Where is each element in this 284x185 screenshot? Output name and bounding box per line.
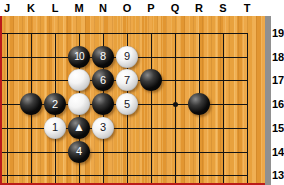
column-labels: JKLMNOPQRST	[0, 0, 284, 16]
column-label-Q: Q	[171, 1, 180, 15]
stone-black-R16[interactable]	[188, 93, 210, 115]
move-number: 3	[100, 122, 106, 133]
column-label-J: J	[4, 1, 10, 15]
stone-black-N16[interactable]	[92, 93, 114, 115]
column-label-T: T	[244, 1, 251, 15]
triangle-marker-icon: ▲	[73, 121, 85, 133]
grid-line-vertical	[175, 33, 176, 183]
go-board[interactable]: 108967251▲34	[0, 16, 265, 185]
column-label-R: R	[195, 1, 203, 15]
stone-black-M15[interactable]: ▲	[68, 117, 90, 139]
move-number: 9	[124, 51, 130, 62]
stone-white-M16[interactable]	[68, 93, 90, 115]
column-label-K: K	[27, 1, 35, 15]
row-label-15: 15	[272, 122, 284, 134]
column-label-L: L	[52, 1, 59, 15]
column-label-O: O	[123, 1, 132, 15]
grid-line-horizontal	[0, 152, 248, 153]
stone-black-M18[interactable]: 10	[68, 46, 90, 68]
stone-white-L15[interactable]: 1	[44, 117, 66, 139]
move-number: 2	[52, 99, 58, 110]
column-label-S: S	[219, 1, 226, 15]
stone-black-L16[interactable]: 2	[44, 93, 66, 115]
move-number: 4	[76, 146, 82, 157]
stone-black-P17[interactable]	[140, 69, 162, 91]
stone-white-O16[interactable]: 5	[116, 93, 138, 115]
stone-white-N15[interactable]: 3	[92, 117, 114, 139]
stone-white-O18[interactable]: 9	[116, 46, 138, 68]
row-label-13: 13	[272, 169, 284, 181]
move-number: 6	[100, 75, 106, 86]
column-label-P: P	[147, 1, 154, 15]
go-diagram: JKLMNOPQRST 108967251▲34 19181716151413	[0, 0, 284, 185]
row-label-17: 17	[272, 74, 284, 86]
move-number: 7	[124, 75, 130, 86]
stone-black-N17[interactable]: 6	[92, 69, 114, 91]
column-label-M: M	[74, 1, 83, 15]
row-label-14: 14	[272, 146, 284, 158]
move-number: 8	[100, 51, 106, 62]
row-label-19: 19	[272, 27, 284, 39]
grid-line-horizontal	[0, 175, 248, 176]
grid-line-horizontal	[0, 33, 248, 34]
move-number: 5	[124, 99, 130, 110]
stone-black-N18[interactable]: 8	[92, 46, 114, 68]
stone-black-M14[interactable]: 4	[68, 141, 90, 163]
grid-line-vertical	[7, 33, 8, 183]
move-number: 1	[52, 122, 58, 133]
stone-white-M17[interactable]	[68, 69, 90, 91]
stone-white-O17[interactable]: 7	[116, 69, 138, 91]
crop-line-bottom	[0, 183, 265, 185]
grid-line-vertical	[151, 33, 152, 183]
star-point-Q16	[173, 102, 178, 107]
board-edge-shadow	[265, 16, 271, 185]
column-label-N: N	[99, 1, 107, 15]
row-label-18: 18	[272, 51, 284, 63]
move-number: 10	[74, 51, 84, 62]
grid-line-horizontal	[0, 128, 248, 129]
grid-line-vertical	[247, 33, 248, 183]
stone-black-K16[interactable]	[20, 93, 42, 115]
grid-line-vertical	[223, 33, 224, 183]
row-label-16: 16	[272, 98, 284, 110]
crop-line-left	[0, 16, 2, 185]
